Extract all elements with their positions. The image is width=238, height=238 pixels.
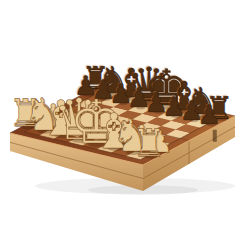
chess-board xyxy=(0,0,238,238)
chess-set-photo: ♜♞♟♝♟♛♟♚♟♝♟♞♟♜♟♟♟♟♜♟♞♟♝♟♛♟♚♟♝♟♞♜ xyxy=(0,0,238,238)
box-clasp xyxy=(213,130,217,142)
